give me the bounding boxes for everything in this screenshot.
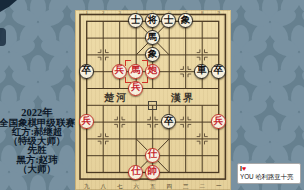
file-label-bottom: 六 bbox=[133, 184, 139, 189]
file-label-top: 9 bbox=[217, 10, 220, 15]
video-frame: 2022年 全国象棋甲级联赛 红方:郝继超 （特级大师） 先胜 黑方:赵玮 （大… bbox=[0, 0, 304, 190]
file-label-bottom: 四 bbox=[166, 184, 172, 189]
piece-red-馬: 馬 bbox=[128, 64, 143, 79]
piece-red-炮: 炮 bbox=[145, 64, 160, 79]
file-label-bottom: 二 bbox=[199, 184, 205, 189]
piece-red-兵: 兵 bbox=[211, 114, 226, 129]
file-label-bottom: 五 bbox=[150, 184, 156, 189]
heart-icon: ♥ bbox=[242, 165, 246, 172]
caption-year: 2022年 bbox=[0, 108, 76, 119]
file-label-bottom: 八 bbox=[100, 184, 106, 189]
piece-black-卒: 卒 bbox=[79, 64, 94, 79]
file-label-top: 3 bbox=[118, 10, 121, 15]
file-label-bottom: 三 bbox=[183, 184, 189, 189]
file-label-top: 1 bbox=[85, 10, 88, 15]
piece-red-兵: 兵 bbox=[128, 81, 143, 96]
file-label-bottom: 九 bbox=[84, 184, 90, 189]
file-label-top: 2 bbox=[102, 10, 105, 15]
piece-red-兵: 兵 bbox=[112, 64, 127, 79]
watermark: I♥ YOU 哈利路亚十亮 bbox=[237, 163, 301, 184]
piece-black-象: 象 bbox=[145, 47, 160, 62]
edge-decoration bbox=[0, 28, 6, 46]
file-label-bottom: 一 bbox=[216, 184, 222, 189]
piece-black-象: 象 bbox=[178, 13, 193, 28]
piece-red-帥: 帥 bbox=[145, 165, 160, 180]
piece-red-兵: 兵 bbox=[79, 114, 94, 129]
file-label-bottom: 七 bbox=[117, 184, 123, 189]
piece-black-馬: 馬 bbox=[145, 30, 160, 45]
piece-black-卒: 卒 bbox=[211, 64, 226, 79]
piece-red-仕: 仕 bbox=[128, 165, 143, 180]
river-label-han: 漢界 bbox=[171, 91, 195, 105]
piece-red-仕: 仕 bbox=[145, 148, 160, 163]
file-label-top: 8 bbox=[201, 10, 204, 15]
game-caption: 2022年 全国象棋甲级联赛 红方:郝继超 （特级大师） 先胜 黑方:赵玮 （大… bbox=[0, 108, 76, 174]
river-label-chu: 楚河 bbox=[104, 91, 128, 105]
piece-black-車: 車 bbox=[194, 64, 209, 79]
piece-black-将: 将 bbox=[145, 13, 160, 28]
last-move-from-marker bbox=[148, 101, 157, 110]
xiangqi-board: 楚河 漢界 123456789 九八七六五四三二一 士将士象馬象卒車卒卒兵馬炮兵… bbox=[75, 10, 231, 190]
watermark-line2: YOU 哈利路亚十亮 bbox=[240, 173, 298, 180]
watermark-line1: I♥ bbox=[240, 165, 298, 173]
caption-black-title: （大师） bbox=[0, 165, 76, 174]
